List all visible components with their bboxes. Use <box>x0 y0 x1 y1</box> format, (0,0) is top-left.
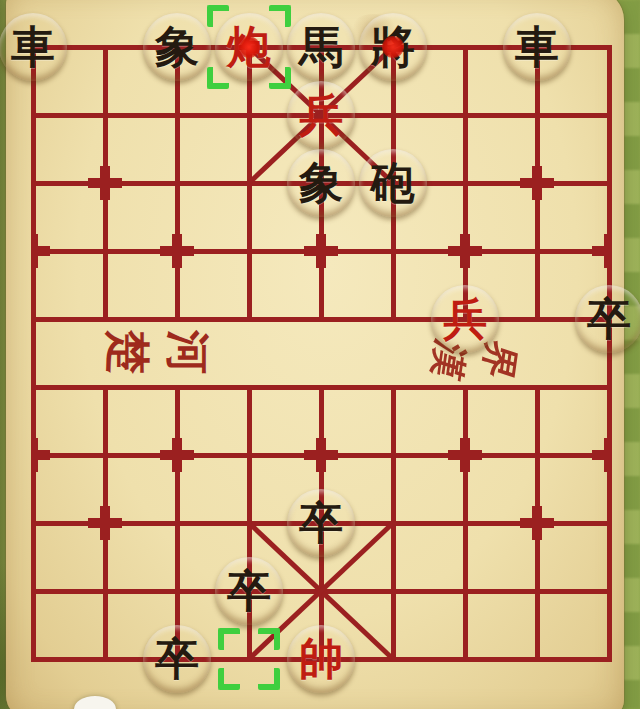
point-marker-corner <box>304 234 320 250</box>
piece-glyph: 卒 <box>155 637 199 681</box>
piece-glyph: 車 <box>11 25 55 69</box>
point-marker-corner <box>592 456 608 472</box>
piece-black-soldier[interactable]: 卒 <box>143 625 211 693</box>
point-marker-corner <box>34 456 50 472</box>
piece-black-general[interactable]: 將 <box>359 13 427 81</box>
piece-black-horse[interactable]: 馬 <box>287 13 355 81</box>
piece-black-chariot[interactable]: 車 <box>503 13 571 81</box>
point-marker-corner <box>520 524 536 540</box>
point-marker-corner <box>160 234 176 250</box>
move-origin-marker[interactable] <box>218 628 280 690</box>
move-origin-marker-corner <box>218 628 240 650</box>
piece-black-chariot[interactable]: 車 <box>0 13 67 81</box>
point-marker-corner <box>34 252 50 268</box>
point-marker-corner <box>466 438 482 454</box>
point-marker-corner <box>34 438 50 454</box>
point-marker-corner <box>304 456 320 472</box>
selected-piece-highlight-corner <box>207 67 229 89</box>
point-marker <box>445 231 485 271</box>
piece-glyph: 卒 <box>587 297 631 341</box>
piece-black-soldier[interactable]: 卒 <box>575 285 640 353</box>
point-marker-corner <box>538 166 554 182</box>
move-origin-marker-corner <box>258 628 280 650</box>
point-marker-corner <box>178 456 194 472</box>
point-marker-corner <box>322 252 338 268</box>
point-marker-corner <box>304 252 320 268</box>
point-marker <box>301 231 341 271</box>
selected-piece-highlight-corner <box>207 5 229 27</box>
point-marker <box>157 231 197 271</box>
point-marker-corner <box>88 184 104 200</box>
point-marker-corner <box>592 252 608 268</box>
point-marker-corner <box>520 184 536 200</box>
selected-piece-highlight-corner <box>269 5 291 27</box>
piece-red-soldier[interactable]: 兵 <box>287 81 355 149</box>
point-marker <box>157 435 197 475</box>
point-marker-corner <box>106 184 122 200</box>
move-origin-marker-corner <box>218 668 240 690</box>
point-marker-corner <box>178 252 194 268</box>
piece-glyph: 象 <box>299 161 343 205</box>
check-indicator-dot <box>382 36 404 58</box>
river-text-chu-he: 楚 河 <box>106 330 210 374</box>
point-marker-corner <box>466 234 482 250</box>
point-marker <box>517 163 557 203</box>
piece-glyph: 兵 <box>299 93 343 137</box>
point-marker <box>13 435 53 475</box>
point-marker-corner <box>538 184 554 200</box>
point-marker-corner <box>160 252 176 268</box>
point-marker <box>85 163 125 203</box>
point-marker-corner <box>304 438 320 454</box>
point-marker-corner <box>160 438 176 454</box>
point-marker-corner <box>160 456 176 472</box>
piece-glyph: 馬 <box>299 25 343 69</box>
point-marker <box>589 435 629 475</box>
piece-black-cannon[interactable]: 砲 <box>359 149 427 217</box>
point-marker-corner <box>106 166 122 182</box>
piece-black-elephant[interactable]: 象 <box>143 13 211 81</box>
point-marker <box>589 231 629 271</box>
point-marker-corner <box>88 166 104 182</box>
point-marker-corner <box>178 234 194 250</box>
piece-glyph: 象 <box>155 25 199 69</box>
point-marker-corner <box>592 438 608 454</box>
point-marker-corner <box>322 438 338 454</box>
piece-glyph: 車 <box>515 25 559 69</box>
point-marker-corner <box>592 234 608 250</box>
selected-piece-highlight[interactable] <box>207 5 291 89</box>
point-marker-corner <box>448 438 464 454</box>
point-marker-corner <box>178 438 194 454</box>
point-marker-corner <box>448 234 464 250</box>
piece-red-cannon[interactable]: 炮 <box>215 13 283 81</box>
piece-glyph: 兵 <box>443 297 487 341</box>
piece-red-general[interactable]: 帥 <box>287 625 355 693</box>
point-marker-corner <box>538 524 554 540</box>
piece-glyph: 卒 <box>227 569 271 613</box>
piece-glyph: 卒 <box>299 501 343 545</box>
point-marker-corner <box>34 234 50 250</box>
piece-red-soldier[interactable]: 兵 <box>431 285 499 353</box>
point-marker-corner <box>322 234 338 250</box>
selected-piece-highlight-corner <box>269 67 291 89</box>
point-marker <box>517 503 557 543</box>
point-marker-corner <box>106 524 122 540</box>
xiangqi-app: { "game": "xiangqi", "board": { "files":… <box>0 0 640 709</box>
point-marker-corner <box>106 506 122 522</box>
point-marker-corner <box>520 166 536 182</box>
point-marker <box>85 503 125 543</box>
piece-glyph: 帥 <box>299 637 343 681</box>
piece-black-soldier[interactable]: 卒 <box>215 557 283 625</box>
point-marker-corner <box>466 252 482 268</box>
point-marker <box>13 231 53 271</box>
point-marker-corner <box>322 456 338 472</box>
point-marker-corner <box>448 252 464 268</box>
point-marker-corner <box>88 506 104 522</box>
point-marker-corner <box>88 524 104 540</box>
point-marker <box>301 435 341 475</box>
point-marker <box>445 435 485 475</box>
point-marker-corner <box>538 506 554 522</box>
point-marker-corner <box>466 456 482 472</box>
piece-glyph: 砲 <box>371 161 415 205</box>
point-marker-corner <box>448 456 464 472</box>
piece-black-elephant[interactable]: 象 <box>287 149 355 217</box>
piece-black-soldier[interactable]: 卒 <box>287 489 355 557</box>
move-origin-marker-corner <box>258 668 280 690</box>
point-marker-corner <box>520 506 536 522</box>
